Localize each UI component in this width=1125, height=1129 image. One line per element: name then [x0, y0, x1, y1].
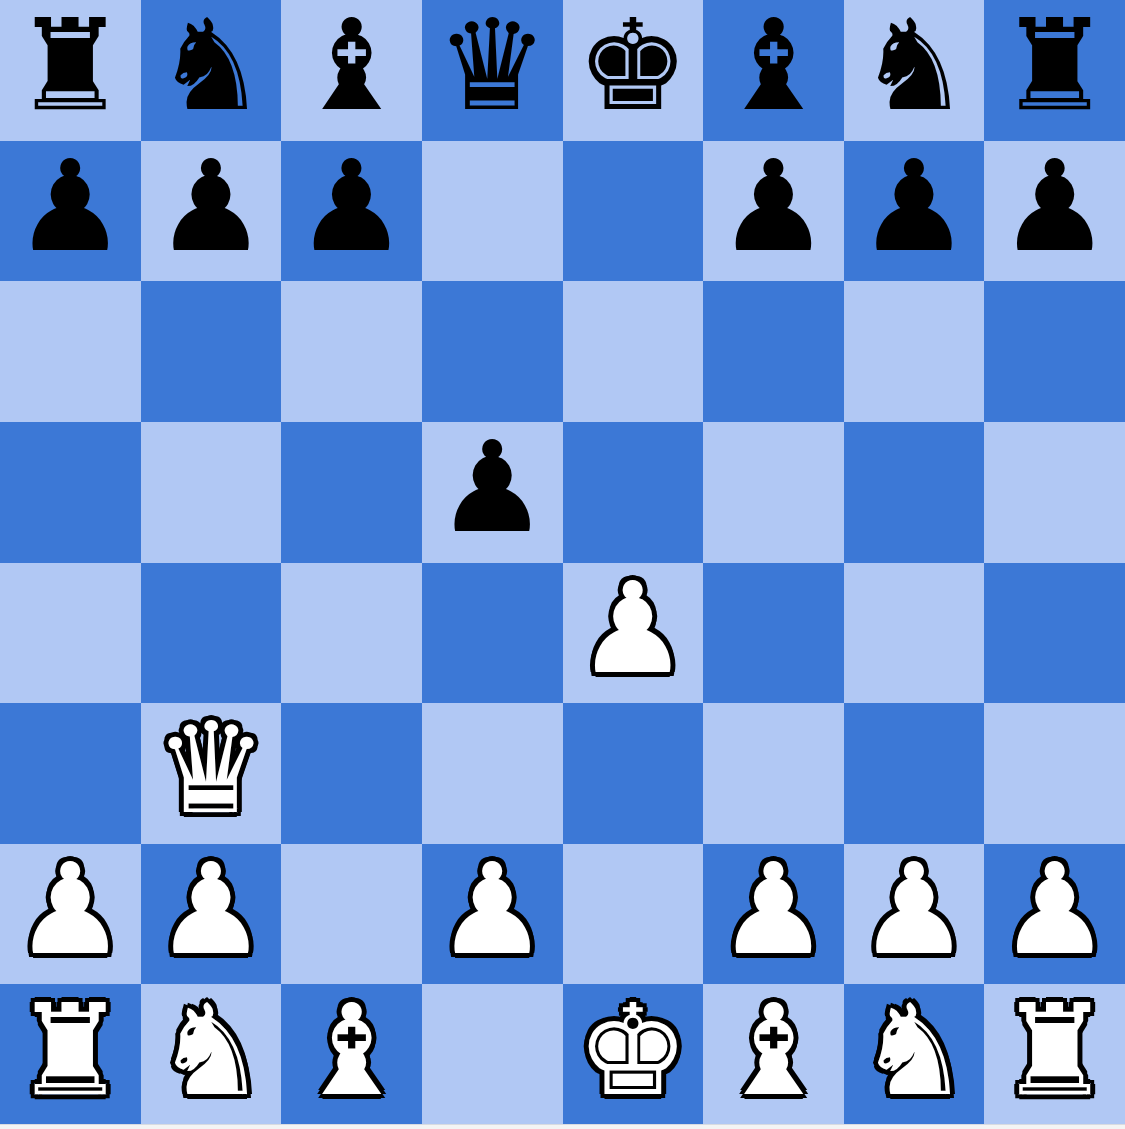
square-c7[interactable]: ♟ — [281, 141, 422, 282]
piece-black-pawn[interactable]: ♟ — [858, 144, 971, 270]
square-c2[interactable] — [281, 844, 422, 985]
square-a5[interactable] — [0, 422, 141, 563]
square-c1[interactable]: ♝ — [281, 984, 422, 1125]
square-a1[interactable]: ♜ — [0, 984, 141, 1125]
square-f5[interactable] — [703, 422, 844, 563]
piece-black-pawn[interactable]: ♟ — [998, 144, 1111, 270]
square-b7[interactable]: ♟ — [141, 141, 282, 282]
piece-black-pawn[interactable]: ♟ — [154, 144, 267, 270]
square-h8[interactable]: ♜ — [984, 0, 1125, 141]
square-f2[interactable]: ♟ — [703, 844, 844, 985]
piece-white-bishop[interactable]: ♝ — [295, 988, 408, 1114]
square-e7[interactable] — [563, 141, 704, 282]
piece-white-rook[interactable]: ♜ — [998, 988, 1111, 1114]
square-b8[interactable]: ♞ — [141, 0, 282, 141]
square-b6[interactable] — [141, 281, 282, 422]
piece-black-pawn[interactable]: ♟ — [295, 144, 408, 270]
square-h7[interactable]: ♟ — [984, 141, 1125, 282]
square-d8[interactable]: ♛ — [422, 0, 563, 141]
square-e6[interactable] — [563, 281, 704, 422]
square-g7[interactable]: ♟ — [844, 141, 985, 282]
square-a6[interactable] — [0, 281, 141, 422]
square-e5[interactable] — [563, 422, 704, 563]
page-bottom-strip — [0, 1124, 1125, 1129]
piece-white-pawn[interactable]: ♟ — [717, 847, 830, 973]
square-g3[interactable] — [844, 703, 985, 844]
piece-black-knight[interactable]: ♞ — [154, 3, 267, 129]
piece-white-knight[interactable]: ♞ — [154, 988, 267, 1114]
square-c3[interactable] — [281, 703, 422, 844]
piece-black-knight[interactable]: ♞ — [858, 3, 971, 129]
square-a8[interactable]: ♜ — [0, 0, 141, 141]
piece-white-knight[interactable]: ♞ — [858, 988, 971, 1114]
piece-white-pawn[interactable]: ♟ — [436, 847, 549, 973]
square-f1[interactable]: ♝ — [703, 984, 844, 1125]
square-g2[interactable]: ♟ — [844, 844, 985, 985]
piece-black-king[interactable]: ♚ — [576, 3, 689, 129]
square-d3[interactable] — [422, 703, 563, 844]
square-f8[interactable]: ♝ — [703, 0, 844, 141]
square-h4[interactable] — [984, 563, 1125, 704]
square-e2[interactable] — [563, 844, 704, 985]
square-e3[interactable] — [563, 703, 704, 844]
piece-white-king[interactable]: ♚ — [576, 988, 689, 1114]
piece-white-rook[interactable]: ♜ — [14, 988, 127, 1114]
piece-white-pawn[interactable]: ♟ — [858, 847, 971, 973]
square-c6[interactable] — [281, 281, 422, 422]
square-c5[interactable] — [281, 422, 422, 563]
square-h6[interactable] — [984, 281, 1125, 422]
piece-black-pawn[interactable]: ♟ — [14, 144, 127, 270]
square-d5[interactable]: ♟ — [422, 422, 563, 563]
square-e1[interactable]: ♚ — [563, 984, 704, 1125]
square-d6[interactable] — [422, 281, 563, 422]
square-g4[interactable] — [844, 563, 985, 704]
square-f6[interactable] — [703, 281, 844, 422]
square-h2[interactable]: ♟ — [984, 844, 1125, 985]
square-b4[interactable] — [141, 563, 282, 704]
piece-white-queen[interactable]: ♛ — [154, 706, 267, 832]
piece-black-pawn[interactable]: ♟ — [436, 425, 549, 551]
square-h3[interactable] — [984, 703, 1125, 844]
piece-black-pawn[interactable]: ♟ — [717, 144, 830, 270]
square-f7[interactable]: ♟ — [703, 141, 844, 282]
square-g8[interactable]: ♞ — [844, 0, 985, 141]
square-d1[interactable] — [422, 984, 563, 1125]
chess-board: ♜♞♝♛♚♝♞♜♟♟♟♟♟♟♟♟♛♟♟♟♟♟♟♜♞♝♚♝♞♜ — [0, 0, 1125, 1125]
square-c8[interactable]: ♝ — [281, 0, 422, 141]
piece-black-rook[interactable]: ♜ — [998, 3, 1111, 129]
square-f3[interactable] — [703, 703, 844, 844]
square-g1[interactable]: ♞ — [844, 984, 985, 1125]
square-b3[interactable]: ♛ — [141, 703, 282, 844]
square-b1[interactable]: ♞ — [141, 984, 282, 1125]
square-h5[interactable] — [984, 422, 1125, 563]
piece-white-pawn[interactable]: ♟ — [154, 847, 267, 973]
piece-white-pawn[interactable]: ♟ — [998, 847, 1111, 973]
square-d7[interactable] — [422, 141, 563, 282]
square-d4[interactable] — [422, 563, 563, 704]
square-d2[interactable]: ♟ — [422, 844, 563, 985]
square-c4[interactable] — [281, 563, 422, 704]
square-f4[interactable] — [703, 563, 844, 704]
square-a3[interactable] — [0, 703, 141, 844]
square-a7[interactable]: ♟ — [0, 141, 141, 282]
piece-white-pawn[interactable]: ♟ — [576, 566, 689, 692]
square-a4[interactable] — [0, 563, 141, 704]
piece-white-bishop[interactable]: ♝ — [717, 988, 830, 1114]
square-a2[interactable]: ♟ — [0, 844, 141, 985]
piece-black-rook[interactable]: ♜ — [14, 3, 127, 129]
piece-black-bishop[interactable]: ♝ — [717, 3, 830, 129]
square-h1[interactable]: ♜ — [984, 984, 1125, 1125]
square-b5[interactable] — [141, 422, 282, 563]
piece-black-bishop[interactable]: ♝ — [295, 3, 408, 129]
square-e4[interactable]: ♟ — [563, 563, 704, 704]
chess-app-page: ♜♞♝♛♚♝♞♜♟♟♟♟♟♟♟♟♛♟♟♟♟♟♟♜♞♝♚♝♞♜ — [0, 0, 1125, 1129]
square-b2[interactable]: ♟ — [141, 844, 282, 985]
square-g6[interactable] — [844, 281, 985, 422]
square-e8[interactable]: ♚ — [563, 0, 704, 141]
piece-white-pawn[interactable]: ♟ — [14, 847, 127, 973]
piece-black-queen[interactable]: ♛ — [436, 3, 549, 129]
square-g5[interactable] — [844, 422, 985, 563]
